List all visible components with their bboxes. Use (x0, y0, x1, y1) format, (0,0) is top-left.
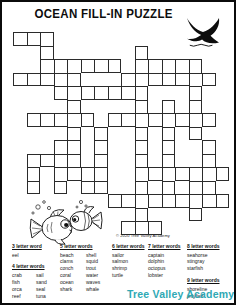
grid-cell[interactable] (81, 167, 95, 181)
word-list-column: 7 letter wordscaptaindolphinoctopuslobst… (148, 243, 182, 279)
grid-cell[interactable] (27, 32, 41, 46)
word-list-column: 6 letter wordssailorsalmonshrimpturtle (112, 243, 145, 279)
grid-cell[interactable] (121, 194, 135, 208)
word-bank-word: turtle (112, 272, 142, 279)
grid-cell[interactable] (135, 181, 149, 195)
grid-cell[interactable] (121, 86, 135, 100)
grid-cell[interactable] (40, 113, 54, 127)
word-bank-word: beach (60, 252, 86, 259)
word-list-column: 5 letter wordsbeachshellclamssquidconcht… (60, 243, 112, 293)
word-bank-word: reef (12, 293, 36, 300)
grid-cell[interactable] (202, 181, 216, 195)
grid-cell[interactable] (135, 208, 149, 222)
word-list-section: 8 letter wordsseahorsestingraystarfish (187, 243, 227, 272)
grid-cell[interactable] (81, 181, 95, 195)
grid-cell[interactable] (135, 113, 149, 127)
word-bank-word: octopus (148, 265, 182, 272)
grid-cell[interactable] (175, 59, 189, 73)
grid-cell[interactable] (135, 154, 149, 168)
grid-cell[interactable] (121, 73, 135, 87)
puzzle-page: OCEAN FILL-IN PUZZLE (0, 0, 236, 305)
word-bank-word: water (86, 272, 112, 279)
word-bank-word: shark (60, 286, 86, 293)
word-bank-word: sand (36, 279, 60, 286)
grid-cell[interactable] (40, 154, 54, 168)
grid-cell[interactable] (135, 127, 149, 141)
grid-cell[interactable] (27, 167, 41, 181)
grid-cell[interactable] (108, 113, 122, 127)
grid-cell[interactable] (54, 154, 68, 168)
grid-cell[interactable] (94, 167, 108, 181)
word-list-section: 4 letter wordscrabsailfishsandorcasealre… (12, 263, 60, 299)
grid-cell[interactable] (81, 86, 95, 100)
word-bank-word: clams (60, 258, 86, 265)
grid-cell[interactable] (202, 140, 216, 154)
grid-cell[interactable] (94, 86, 108, 100)
grid-cell[interactable] (54, 59, 68, 73)
grid-cell[interactable] (189, 181, 203, 195)
grid-cell[interactable] (162, 140, 176, 154)
fish-clipart (24, 198, 110, 246)
word-bank-word: fish (12, 279, 36, 286)
grid-cell[interactable] (135, 46, 149, 60)
grid-cell[interactable] (202, 154, 216, 168)
word-bank-word: tuna (36, 293, 60, 300)
grid-cell[interactable] (216, 167, 230, 181)
grid-cell[interactable] (162, 167, 176, 181)
word-list-heading: 4 letter words (12, 263, 60, 269)
word-bank-word: stingray (187, 258, 227, 265)
grid-cell[interactable] (162, 100, 176, 114)
grid-cell[interactable] (13, 32, 27, 46)
word-list-column: 3 letter wordeel4 letter wordscrabsailfi… (12, 243, 60, 300)
word-list-heading: 9 letter words (187, 277, 227, 283)
word-bank-word: captain (148, 252, 182, 259)
grid-cell[interactable] (108, 59, 122, 73)
grid-cell[interactable] (148, 73, 162, 87)
word-bank-word: waves (86, 279, 112, 286)
grid-cell[interactable] (175, 194, 189, 208)
grid-cell[interactable] (162, 113, 176, 127)
word-bank-word: crab (12, 272, 36, 279)
grid-cell[interactable] (67, 59, 81, 73)
grid-cell[interactable] (175, 73, 189, 87)
grid-cell[interactable] (135, 59, 149, 73)
word-list-section: 7 letter wordscaptaindolphinoctopuslobst… (148, 243, 182, 279)
grid-cell[interactable] (148, 194, 162, 208)
grid-cell[interactable] (67, 140, 81, 154)
grid-cell[interactable] (135, 194, 149, 208)
word-bank-word: dolphin (148, 258, 182, 265)
grid-cell[interactable] (189, 86, 203, 100)
grid-cell[interactable] (135, 100, 149, 114)
word-bank-word: lobster (148, 272, 182, 279)
grid-cell[interactable] (189, 113, 203, 127)
grid-cell[interactable] (135, 167, 149, 181)
small-fish-icon (70, 207, 102, 231)
word-bank-word: coral (60, 272, 86, 279)
grid-cell[interactable] (27, 154, 41, 168)
grid-cell[interactable] (54, 140, 68, 154)
word-list-section: 5 letter wordsbeachshellclamssquidconcht… (60, 243, 112, 293)
grid-cell[interactable] (162, 73, 176, 87)
word-list-heading: 8 letter words (187, 243, 227, 249)
grid-cell[interactable] (40, 59, 54, 73)
word-list-section: 6 letter wordssailorsalmonshrimpturtle (112, 243, 145, 279)
word-bank-word: conch (60, 265, 86, 272)
striped-fish-icon (30, 210, 72, 245)
grid-cell[interactable] (54, 167, 68, 181)
grid-cell[interactable] (162, 59, 176, 73)
grid-cell[interactable] (202, 194, 216, 208)
grid-cell[interactable] (121, 113, 135, 127)
word-bank-word: starfish (187, 265, 227, 272)
grid-cell[interactable] (135, 86, 149, 100)
grid-cell[interactable] (189, 167, 203, 181)
grid-cell[interactable] (67, 86, 81, 100)
word-bank-word: ocean (60, 279, 86, 286)
grid-cell[interactable] (175, 113, 189, 127)
brand-signature: Tree Valley Academy (127, 288, 234, 300)
grid-cell[interactable] (135, 140, 149, 154)
copyright-text: © 2020 Tree Valley Academy (116, 233, 170, 238)
grid-cell[interactable] (54, 113, 68, 127)
grid-cell[interactable] (189, 59, 203, 73)
word-bank-word: seal (36, 286, 60, 293)
word-list-heading: 7 letter words (148, 243, 182, 249)
grid-cell[interactable] (202, 73, 216, 87)
word-bank-word: whale (86, 286, 112, 293)
grid-cell[interactable] (216, 194, 230, 208)
word-list-heading: 6 letter words (112, 243, 145, 249)
word-bank-word: shell (86, 252, 112, 259)
grid-cell[interactable] (40, 73, 54, 87)
grid-cell[interactable] (40, 46, 54, 60)
grid-cell[interactable] (94, 140, 108, 154)
grid-cell[interactable] (67, 127, 81, 141)
word-bank-word: seahorse (187, 252, 227, 259)
grid-cell[interactable] (202, 167, 216, 181)
grid-cell[interactable] (189, 127, 203, 141)
grid-cell[interactable] (162, 181, 176, 195)
grid-cell[interactable] (94, 181, 108, 195)
word-bank-word: sail (36, 272, 60, 279)
grid-cell[interactable] (189, 100, 203, 114)
grid-cell[interactable] (189, 73, 203, 87)
grid-cell[interactable] (108, 86, 122, 100)
grid-cell[interactable] (27, 73, 41, 87)
grid-cell[interactable] (54, 86, 68, 100)
word-bank-word: sailor (112, 252, 142, 259)
grid-cell[interactable] (67, 100, 81, 114)
grid-cell[interactable] (67, 167, 81, 181)
grid-cell[interactable] (54, 73, 68, 87)
grid-cell[interactable] (54, 181, 68, 195)
word-bank-word: orca (12, 286, 36, 293)
grid-cell[interactable] (175, 167, 189, 181)
word-bank-word: trout (86, 265, 112, 272)
grid-cell[interactable] (94, 127, 108, 141)
grid-cell[interactable] (148, 167, 162, 181)
grid-cell[interactable] (13, 73, 27, 87)
grid-cell[interactable] (202, 113, 216, 127)
grid-cell[interactable] (27, 113, 41, 127)
grid-cell[interactable] (162, 127, 176, 141)
grid-cell[interactable] (67, 73, 81, 87)
grid-cell[interactable] (40, 32, 54, 46)
grid-cell[interactable] (148, 113, 162, 127)
grid-cell[interactable] (135, 73, 149, 87)
grid-cell[interactable] (162, 154, 176, 168)
grid-cell[interactable] (189, 194, 203, 208)
grid-cell[interactable] (148, 59, 162, 73)
word-bank-word: eel (12, 252, 36, 259)
word-bank-word: salmon (112, 258, 142, 265)
grid-cell[interactable] (162, 194, 176, 208)
grid-cell[interactable] (94, 154, 108, 168)
grid-cell[interactable] (81, 59, 95, 73)
word-bank-word: squid (86, 258, 112, 265)
word-bank-word: shrimp (112, 265, 142, 272)
grid-cell[interactable] (67, 154, 81, 168)
grid-cell[interactable] (189, 208, 203, 222)
grid-cell[interactable] (67, 113, 81, 127)
grid-cell[interactable] (94, 59, 108, 73)
grid-cell[interactable] (27, 181, 41, 195)
grid-cell[interactable] (81, 113, 95, 127)
